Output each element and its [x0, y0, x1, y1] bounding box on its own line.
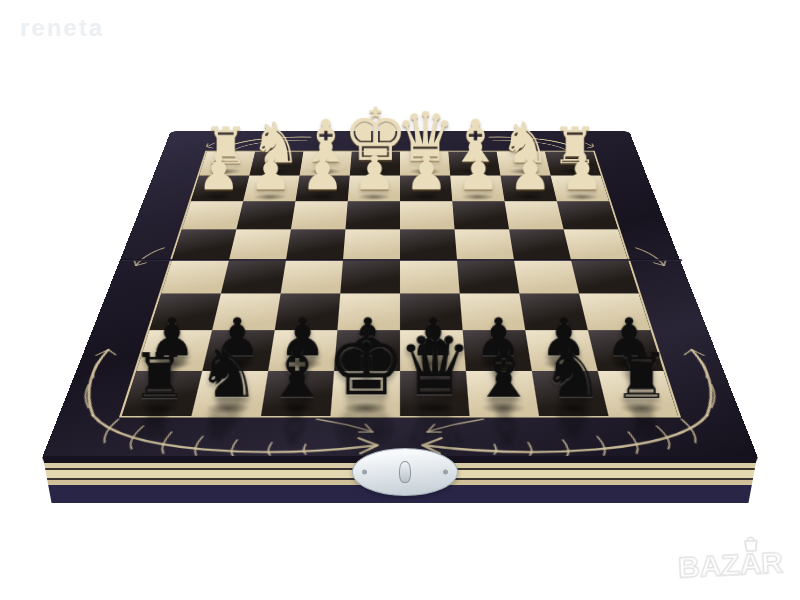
piece-glyph: ♟	[405, 149, 447, 196]
playing-area: ♜♞♝♛♚♝♞♜♟♟♟♟♟♟♟♟♟♟♟♟♟♟♟♟♟♟♟♟♟♟♟♟♜♜♞♞♝♝♛♛…	[119, 151, 681, 418]
piece-glyph: ♜	[131, 345, 187, 408]
product-photo: reneta	[0, 0, 800, 600]
black-knight: ♞♞	[532, 371, 609, 416]
black-king: ♚♚	[330, 371, 400, 416]
piece-glyph: ♟	[457, 149, 499, 196]
white-pawn: ♟	[400, 176, 452, 202]
piece-glyph: ♛	[397, 323, 473, 408]
piece-glyph: ♟	[301, 149, 343, 196]
black-knight: ♞♞	[191, 371, 268, 416]
piece-glyph: ♜	[613, 345, 669, 408]
piece-glyph: ♟	[560, 149, 602, 196]
chess-board: ♜♞♝♛♚♝♞♜♟♟♟♟♟♟♟♟♟♟♟♟♟♟♟♟♟♟♟♟♟♟♟♟♜♜♞♞♝♝♛♛…	[41, 131, 760, 461]
clasp-keyhole-icon	[399, 461, 411, 483]
white-pawn: ♟	[243, 176, 299, 202]
white-pawn: ♟	[191, 176, 250, 202]
piece-glyph: ♝	[264, 335, 329, 407]
bazar-logo: BAZAR	[677, 545, 784, 584]
clasp-screw-icon	[362, 470, 367, 475]
white-pawn: ♟	[551, 176, 610, 202]
piece-glyph: ♝	[471, 335, 536, 407]
piece-glyph: ♟	[509, 149, 551, 196]
white-pawn: ♟	[450, 176, 504, 202]
bazar-logo-text: BAZAR	[677, 545, 784, 583]
black-rook: ♜♜	[122, 371, 202, 416]
metal-clasp-icon	[352, 448, 458, 496]
piece-glyph: ♟	[249, 149, 291, 196]
black-bishop: ♝♝	[466, 371, 539, 416]
pieces-layer: ♜♞♝♛♚♝♞♜♟♟♟♟♟♟♟♟♟♟♟♟♟♟♟♟♟♟♟♟♟♟♟♟♜♜♞♞♝♝♛♛…	[122, 152, 678, 416]
white-pawn: ♟	[348, 176, 400, 202]
white-pawn: ♟	[295, 176, 349, 202]
piece-glyph: ♚	[326, 318, 406, 407]
piece-glyph: ♟	[197, 149, 239, 196]
white-pawn: ♟	[500, 176, 556, 202]
clasp-screw-icon	[443, 470, 448, 475]
shopping-bag-icon	[740, 534, 761, 553]
piece-glyph: ♞	[541, 338, 604, 408]
scene: ♜♞♝♛♚♝♞♜♟♟♟♟♟♟♟♟♟♟♟♟♟♟♟♟♟♟♟♟♟♟♟♟♜♜♞♞♝♝♛♛…	[0, 0, 800, 600]
black-rook: ♜♜	[598, 371, 678, 416]
black-bishop: ♝♝	[261, 371, 334, 416]
piece-glyph: ♟	[353, 149, 395, 196]
black-queen: ♛♛	[400, 371, 470, 416]
piece-glyph: ♞	[196, 338, 259, 408]
